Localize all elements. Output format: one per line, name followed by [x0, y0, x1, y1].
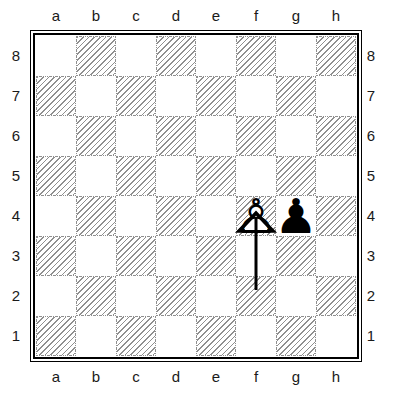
square-d5	[156, 156, 196, 196]
rank-label-1: 1	[362, 316, 380, 356]
rank-label-4: 4	[362, 196, 380, 236]
file-label-f: f	[236, 5, 276, 27]
square-g1	[276, 316, 316, 356]
square-a3	[36, 236, 76, 276]
rank-label-2: 2	[7, 276, 25, 316]
square-a1	[36, 316, 76, 356]
square-d7	[156, 76, 196, 116]
square-d8	[156, 36, 196, 76]
square-b2	[76, 276, 116, 316]
square-h8	[316, 36, 356, 76]
square-g3	[276, 236, 316, 276]
square-d2	[156, 276, 196, 316]
square-f1	[236, 316, 276, 356]
square-a7	[36, 76, 76, 116]
square-c5	[116, 156, 156, 196]
square-g2	[276, 276, 316, 316]
file-label-f: f	[236, 366, 276, 388]
rank-labels-left: 87654321	[7, 36, 25, 356]
square-e1	[196, 316, 236, 356]
white-pawn: ♟♙	[237, 197, 275, 235]
square-h6	[316, 116, 356, 156]
rank-label-6: 6	[362, 116, 380, 156]
square-e6	[196, 116, 236, 156]
square-h7	[316, 76, 356, 116]
chess-board: ♟♙♟	[30, 30, 362, 362]
chess-diagram: abcdefgh abcdefgh 87654321 87654321 ♟♙♟	[0, 0, 398, 399]
black-pawn: ♟	[276, 196, 316, 236]
square-g8	[276, 36, 316, 76]
rank-label-3: 3	[7, 236, 25, 276]
board-inner-frame: ♟♙♟	[33, 33, 359, 359]
square-c3	[116, 236, 156, 276]
square-e7	[196, 76, 236, 116]
file-label-h: h	[316, 5, 356, 27]
square-a5	[36, 156, 76, 196]
square-f3	[236, 236, 276, 276]
square-e3	[196, 236, 236, 276]
square-h1	[316, 316, 356, 356]
square-e5	[196, 156, 236, 196]
square-c6	[116, 116, 156, 156]
rank-label-8: 8	[362, 36, 380, 76]
square-d3	[156, 236, 196, 276]
square-a6	[36, 116, 76, 156]
white-pawn-glyph: ♙	[237, 197, 275, 235]
square-b8	[76, 36, 116, 76]
square-b3	[76, 236, 116, 276]
file-label-d: d	[156, 366, 196, 388]
rank-label-2: 2	[362, 276, 380, 316]
file-label-g: g	[276, 5, 316, 27]
file-label-d: d	[156, 5, 196, 27]
file-label-b: b	[76, 366, 116, 388]
square-f7	[236, 76, 276, 116]
rank-label-6: 6	[7, 116, 25, 156]
rank-labels-right: 87654321	[362, 36, 380, 356]
file-labels-bottom: abcdefgh	[36, 366, 356, 388]
square-d6	[156, 116, 196, 156]
board-grid: ♟♙♟	[36, 36, 356, 356]
square-h5	[316, 156, 356, 196]
file-label-a: a	[36, 5, 76, 27]
black-pawn-glyph: ♟	[276, 196, 316, 236]
rank-label-5: 5	[362, 156, 380, 196]
square-b6	[76, 116, 116, 156]
rank-label-5: 5	[7, 156, 25, 196]
square-d4	[156, 196, 196, 236]
file-label-e: e	[196, 5, 236, 27]
file-label-a: a	[36, 366, 76, 388]
square-d1	[156, 316, 196, 356]
square-f8	[236, 36, 276, 76]
square-e8	[196, 36, 236, 76]
square-h2	[316, 276, 356, 316]
square-b1	[76, 316, 116, 356]
square-f6	[236, 116, 276, 156]
file-label-e: e	[196, 366, 236, 388]
square-f2	[236, 276, 276, 316]
file-labels-top: abcdefgh	[36, 5, 356, 27]
square-h3	[316, 236, 356, 276]
square-a8	[36, 36, 76, 76]
square-c8	[116, 36, 156, 76]
square-c2	[116, 276, 156, 316]
square-c7	[116, 76, 156, 116]
file-label-g: g	[276, 366, 316, 388]
rank-label-7: 7	[7, 76, 25, 116]
square-c1	[116, 316, 156, 356]
square-h4	[316, 196, 356, 236]
file-label-c: c	[116, 366, 156, 388]
square-e2	[196, 276, 236, 316]
square-b4	[76, 196, 116, 236]
square-b5	[76, 156, 116, 196]
rank-label-8: 8	[7, 36, 25, 76]
square-g6	[276, 116, 316, 156]
file-label-h: h	[316, 366, 356, 388]
square-g4: ♟	[276, 196, 316, 236]
square-g7	[276, 76, 316, 116]
rank-label-3: 3	[362, 236, 380, 276]
rank-label-7: 7	[362, 76, 380, 116]
square-b7	[76, 76, 116, 116]
file-label-b: b	[76, 5, 116, 27]
square-a4	[36, 196, 76, 236]
file-label-c: c	[116, 5, 156, 27]
square-e4	[196, 196, 236, 236]
square-f4: ♟♙	[236, 196, 276, 236]
rank-label-4: 4	[7, 196, 25, 236]
square-a2	[36, 276, 76, 316]
rank-label-1: 1	[7, 316, 25, 356]
square-c4	[116, 196, 156, 236]
